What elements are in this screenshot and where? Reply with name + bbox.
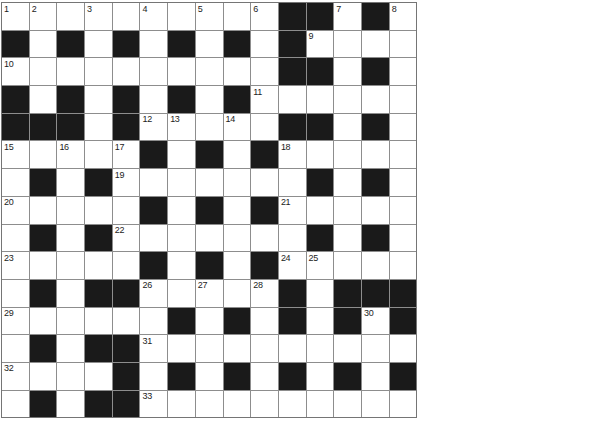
- white-cell[interactable]: [334, 391, 361, 418]
- clue-number: 12: [142, 114, 151, 124]
- white-cell[interactable]: 30: [362, 308, 389, 335]
- clue-number: 25: [309, 253, 318, 263]
- white-cell[interactable]: [85, 363, 112, 390]
- black-cell: [113, 363, 140, 390]
- white-cell[interactable]: [334, 335, 361, 362]
- clue-number: 13: [170, 114, 179, 124]
- black-cell: [279, 363, 306, 390]
- white-cell[interactable]: [113, 308, 140, 335]
- clue-number: 3: [87, 4, 92, 14]
- white-cell[interactable]: [224, 335, 251, 362]
- white-cell[interactable]: 8: [390, 3, 417, 30]
- white-cell[interactable]: [168, 3, 195, 30]
- clue-number: 17: [115, 142, 124, 152]
- white-cell[interactable]: [251, 391, 278, 418]
- black-cell: [334, 363, 361, 390]
- white-cell[interactable]: [168, 391, 195, 418]
- black-cell: [224, 86, 251, 113]
- white-cell[interactable]: [251, 114, 278, 141]
- white-cell[interactable]: [362, 391, 389, 418]
- white-cell[interactable]: [140, 58, 167, 85]
- white-cell[interactable]: [113, 197, 140, 224]
- white-cell[interactable]: 26: [140, 280, 167, 307]
- white-cell[interactable]: 7: [334, 3, 361, 30]
- black-cell: [251, 197, 278, 224]
- white-cell[interactable]: 21: [279, 197, 306, 224]
- black-cell: [390, 308, 417, 335]
- white-cell[interactable]: 25: [307, 252, 334, 279]
- white-cell[interactable]: [168, 169, 195, 196]
- white-cell[interactable]: [85, 58, 112, 85]
- white-cell[interactable]: 33: [140, 391, 167, 418]
- white-cell[interactable]: [390, 31, 417, 58]
- clue-number: 20: [4, 197, 13, 207]
- black-cell: [224, 308, 251, 335]
- white-cell[interactable]: 17: [113, 141, 140, 168]
- white-cell[interactable]: 1: [2, 3, 29, 30]
- black-cell: [251, 252, 278, 279]
- black-cell: [362, 58, 389, 85]
- clue-number: 5: [198, 4, 203, 14]
- white-cell[interactable]: [251, 225, 278, 252]
- clue-number: 30: [364, 308, 373, 318]
- clue-number: 2: [32, 4, 37, 14]
- white-cell[interactable]: [140, 225, 167, 252]
- white-cell[interactable]: [224, 3, 251, 30]
- white-cell[interactable]: [30, 197, 57, 224]
- black-cell: [307, 114, 334, 141]
- black-cell: [30, 114, 57, 141]
- black-cell: [140, 252, 167, 279]
- white-cell[interactable]: [362, 363, 389, 390]
- white-cell[interactable]: [224, 252, 251, 279]
- white-cell[interactable]: [390, 391, 417, 418]
- white-cell[interactable]: [196, 169, 223, 196]
- white-cell[interactable]: [390, 225, 417, 252]
- white-cell[interactable]: [390, 114, 417, 141]
- black-cell: [334, 280, 361, 307]
- white-cell[interactable]: [30, 58, 57, 85]
- white-cell[interactable]: 23: [2, 252, 29, 279]
- white-cell[interactable]: [224, 141, 251, 168]
- white-cell[interactable]: [334, 31, 361, 58]
- white-cell[interactable]: [57, 335, 84, 362]
- white-cell[interactable]: [196, 391, 223, 418]
- black-cell: [57, 31, 84, 58]
- white-cell[interactable]: [279, 391, 306, 418]
- clue-number: 27: [198, 280, 207, 290]
- clue-number: 4: [142, 4, 147, 14]
- black-cell: [196, 252, 223, 279]
- white-cell[interactable]: [140, 363, 167, 390]
- white-cell[interactable]: [168, 225, 195, 252]
- white-cell[interactable]: 11: [251, 86, 278, 113]
- white-cell[interactable]: [140, 169, 167, 196]
- clue-number: 21: [281, 197, 290, 207]
- crossword-grid: 1234567891011121314151617181920212223242…: [1, 2, 417, 418]
- white-cell[interactable]: [2, 391, 29, 418]
- clue-number: 22: [115, 225, 124, 235]
- white-cell[interactable]: 32: [2, 363, 29, 390]
- black-cell: [279, 58, 306, 85]
- white-cell[interactable]: [224, 197, 251, 224]
- white-cell[interactable]: [30, 308, 57, 335]
- black-cell: [2, 86, 29, 113]
- clue-number: 15: [4, 142, 13, 152]
- white-cell[interactable]: [168, 252, 195, 279]
- clue-number: 10: [4, 59, 13, 69]
- black-cell: [85, 225, 112, 252]
- black-cell: [279, 114, 306, 141]
- clue-number: 14: [226, 114, 235, 124]
- black-cell: [2, 31, 29, 58]
- white-cell[interactable]: [85, 197, 112, 224]
- white-cell[interactable]: [196, 114, 223, 141]
- clue-number: 6: [253, 4, 258, 14]
- white-cell[interactable]: 28: [251, 280, 278, 307]
- black-cell: [85, 335, 112, 362]
- white-cell[interactable]: 24: [279, 252, 306, 279]
- clue-number: 7: [336, 4, 341, 14]
- white-cell[interactable]: [334, 169, 361, 196]
- white-cell[interactable]: [334, 197, 361, 224]
- white-cell[interactable]: [334, 252, 361, 279]
- white-cell[interactable]: [224, 169, 251, 196]
- clue-number: 9: [309, 31, 314, 41]
- black-cell: [85, 280, 112, 307]
- black-cell: [362, 169, 389, 196]
- black-cell: [224, 31, 251, 58]
- white-cell[interactable]: [307, 391, 334, 418]
- white-cell[interactable]: [57, 3, 84, 30]
- white-cell[interactable]: [30, 363, 57, 390]
- black-cell: [279, 31, 306, 58]
- black-cell: [307, 225, 334, 252]
- white-cell[interactable]: [57, 308, 84, 335]
- white-cell[interactable]: [2, 335, 29, 362]
- black-cell: [30, 280, 57, 307]
- white-cell[interactable]: [57, 391, 84, 418]
- white-cell[interactable]: [224, 58, 251, 85]
- white-cell[interactable]: 9: [307, 31, 334, 58]
- white-cell[interactable]: [362, 252, 389, 279]
- black-cell: [85, 169, 112, 196]
- black-cell: [30, 169, 57, 196]
- white-cell[interactable]: [168, 58, 195, 85]
- white-cell[interactable]: 27: [196, 280, 223, 307]
- white-cell[interactable]: [85, 252, 112, 279]
- white-cell[interactable]: 2: [30, 3, 57, 30]
- white-cell[interactable]: 6: [251, 3, 278, 30]
- white-cell[interactable]: [140, 31, 167, 58]
- black-cell: [30, 225, 57, 252]
- white-cell[interactable]: [85, 86, 112, 113]
- white-cell[interactable]: [196, 363, 223, 390]
- white-cell[interactable]: [30, 252, 57, 279]
- clue-number: 1: [4, 4, 9, 14]
- white-cell[interactable]: [57, 280, 84, 307]
- white-cell[interactable]: [307, 86, 334, 113]
- white-cell[interactable]: 18: [279, 141, 306, 168]
- black-cell: [85, 391, 112, 418]
- white-cell[interactable]: [140, 86, 167, 113]
- white-cell[interactable]: [279, 86, 306, 113]
- black-cell: [279, 308, 306, 335]
- black-cell: [390, 363, 417, 390]
- white-cell[interactable]: 14: [224, 114, 251, 141]
- white-cell[interactable]: [251, 169, 278, 196]
- black-cell: [279, 280, 306, 307]
- white-cell[interactable]: [307, 141, 334, 168]
- white-cell[interactable]: [196, 335, 223, 362]
- white-cell[interactable]: [57, 169, 84, 196]
- clue-number: 33: [142, 391, 151, 401]
- black-cell: [30, 391, 57, 418]
- clue-number: 29: [4, 308, 13, 318]
- black-cell: [362, 225, 389, 252]
- white-cell[interactable]: [251, 363, 278, 390]
- black-cell: [307, 58, 334, 85]
- white-cell[interactable]: [390, 58, 417, 85]
- black-cell: [168, 363, 195, 390]
- black-cell: [30, 335, 57, 362]
- black-cell: [390, 280, 417, 307]
- white-cell[interactable]: [57, 197, 84, 224]
- black-cell: [251, 141, 278, 168]
- white-cell[interactable]: [362, 86, 389, 113]
- black-cell: [196, 141, 223, 168]
- white-cell[interactable]: [2, 280, 29, 307]
- white-cell[interactable]: [307, 363, 334, 390]
- white-cell[interactable]: [334, 225, 361, 252]
- clue-number: 8: [392, 4, 397, 14]
- white-cell[interactable]: [334, 141, 361, 168]
- white-cell[interactable]: [85, 308, 112, 335]
- white-cell[interactable]: [390, 335, 417, 362]
- clue-number: 32: [4, 363, 13, 373]
- white-cell[interactable]: 20: [2, 197, 29, 224]
- white-cell[interactable]: 10: [2, 58, 29, 85]
- black-cell: [140, 197, 167, 224]
- white-cell[interactable]: 4: [140, 3, 167, 30]
- white-cell[interactable]: 16: [57, 141, 84, 168]
- black-cell: [57, 114, 84, 141]
- white-cell[interactable]: 22: [113, 225, 140, 252]
- white-cell[interactable]: [334, 86, 361, 113]
- white-cell[interactable]: [334, 58, 361, 85]
- white-cell[interactable]: [307, 335, 334, 362]
- white-cell[interactable]: [57, 363, 84, 390]
- white-cell[interactable]: [85, 141, 112, 168]
- white-cell[interactable]: [224, 391, 251, 418]
- white-cell[interactable]: [334, 114, 361, 141]
- white-cell[interactable]: [224, 225, 251, 252]
- white-cell[interactable]: [168, 197, 195, 224]
- white-cell[interactable]: [113, 3, 140, 30]
- clue-number: 24: [281, 253, 290, 263]
- white-cell[interactable]: [196, 86, 223, 113]
- black-cell: [334, 308, 361, 335]
- white-cell[interactable]: [224, 280, 251, 307]
- black-cell: [362, 280, 389, 307]
- white-cell[interactable]: [196, 58, 223, 85]
- black-cell: [140, 141, 167, 168]
- black-cell: [362, 114, 389, 141]
- clue-number: 11: [253, 87, 262, 97]
- white-cell[interactable]: [30, 141, 57, 168]
- clue-number: 26: [142, 280, 151, 290]
- black-cell: [113, 86, 140, 113]
- white-cell[interactable]: 12: [140, 114, 167, 141]
- white-cell[interactable]: [251, 58, 278, 85]
- clue-number: 31: [142, 336, 151, 346]
- black-cell: [113, 335, 140, 362]
- white-cell[interactable]: [251, 308, 278, 335]
- white-cell[interactable]: [362, 141, 389, 168]
- white-cell[interactable]: [168, 280, 195, 307]
- white-cell[interactable]: 3: [85, 3, 112, 30]
- white-cell[interactable]: [251, 335, 278, 362]
- white-cell[interactable]: [279, 335, 306, 362]
- clue-number: 18: [281, 142, 290, 152]
- white-cell[interactable]: [362, 31, 389, 58]
- white-cell[interactable]: [85, 114, 112, 141]
- black-cell: [113, 114, 140, 141]
- white-cell[interactable]: [307, 197, 334, 224]
- black-cell: [113, 280, 140, 307]
- clue-number: 19: [115, 170, 124, 180]
- black-cell: [168, 308, 195, 335]
- black-cell: [307, 169, 334, 196]
- white-cell[interactable]: [57, 225, 84, 252]
- white-cell[interactable]: [196, 31, 223, 58]
- white-cell[interactable]: [57, 58, 84, 85]
- crossword-page: 1234567891011121314151617181920212223242…: [0, 0, 601, 427]
- white-cell[interactable]: [279, 225, 306, 252]
- white-cell[interactable]: [2, 225, 29, 252]
- white-cell[interactable]: [390, 86, 417, 113]
- white-cell[interactable]: [85, 31, 112, 58]
- white-cell[interactable]: 19: [113, 169, 140, 196]
- black-cell: [307, 3, 334, 30]
- black-cell: [168, 86, 195, 113]
- white-cell[interactable]: [30, 31, 57, 58]
- white-cell[interactable]: [113, 252, 140, 279]
- white-cell[interactable]: 31: [140, 335, 167, 362]
- white-cell[interactable]: [2, 169, 29, 196]
- black-cell: [168, 31, 195, 58]
- white-cell[interactable]: [30, 86, 57, 113]
- black-cell: [113, 391, 140, 418]
- clue-number: 23: [4, 253, 13, 263]
- white-cell[interactable]: 29: [2, 308, 29, 335]
- white-cell[interactable]: 5: [196, 3, 223, 30]
- black-cell: [57, 86, 84, 113]
- white-cell[interactable]: 13: [168, 114, 195, 141]
- white-cell[interactable]: [390, 169, 417, 196]
- black-cell: [224, 363, 251, 390]
- white-cell[interactable]: [168, 141, 195, 168]
- white-cell[interactable]: [113, 58, 140, 85]
- black-cell: [196, 197, 223, 224]
- white-cell[interactable]: [279, 169, 306, 196]
- white-cell[interactable]: [196, 225, 223, 252]
- white-cell[interactable]: [362, 197, 389, 224]
- clue-number: 16: [59, 142, 68, 152]
- black-cell: [362, 3, 389, 30]
- black-cell: [2, 114, 29, 141]
- white-cell[interactable]: [390, 141, 417, 168]
- white-cell[interactable]: [362, 335, 389, 362]
- white-cell[interactable]: [307, 280, 334, 307]
- white-cell[interactable]: [168, 335, 195, 362]
- white-cell[interactable]: [251, 31, 278, 58]
- black-cell: [113, 31, 140, 58]
- black-cell: [279, 3, 306, 30]
- white-cell[interactable]: 15: [2, 141, 29, 168]
- clue-number: 28: [253, 280, 262, 290]
- white-cell[interactable]: [196, 308, 223, 335]
- white-cell[interactable]: [57, 252, 84, 279]
- white-cell[interactable]: [390, 252, 417, 279]
- white-cell[interactable]: [390, 197, 417, 224]
- white-cell[interactable]: [307, 308, 334, 335]
- white-cell[interactable]: [140, 308, 167, 335]
